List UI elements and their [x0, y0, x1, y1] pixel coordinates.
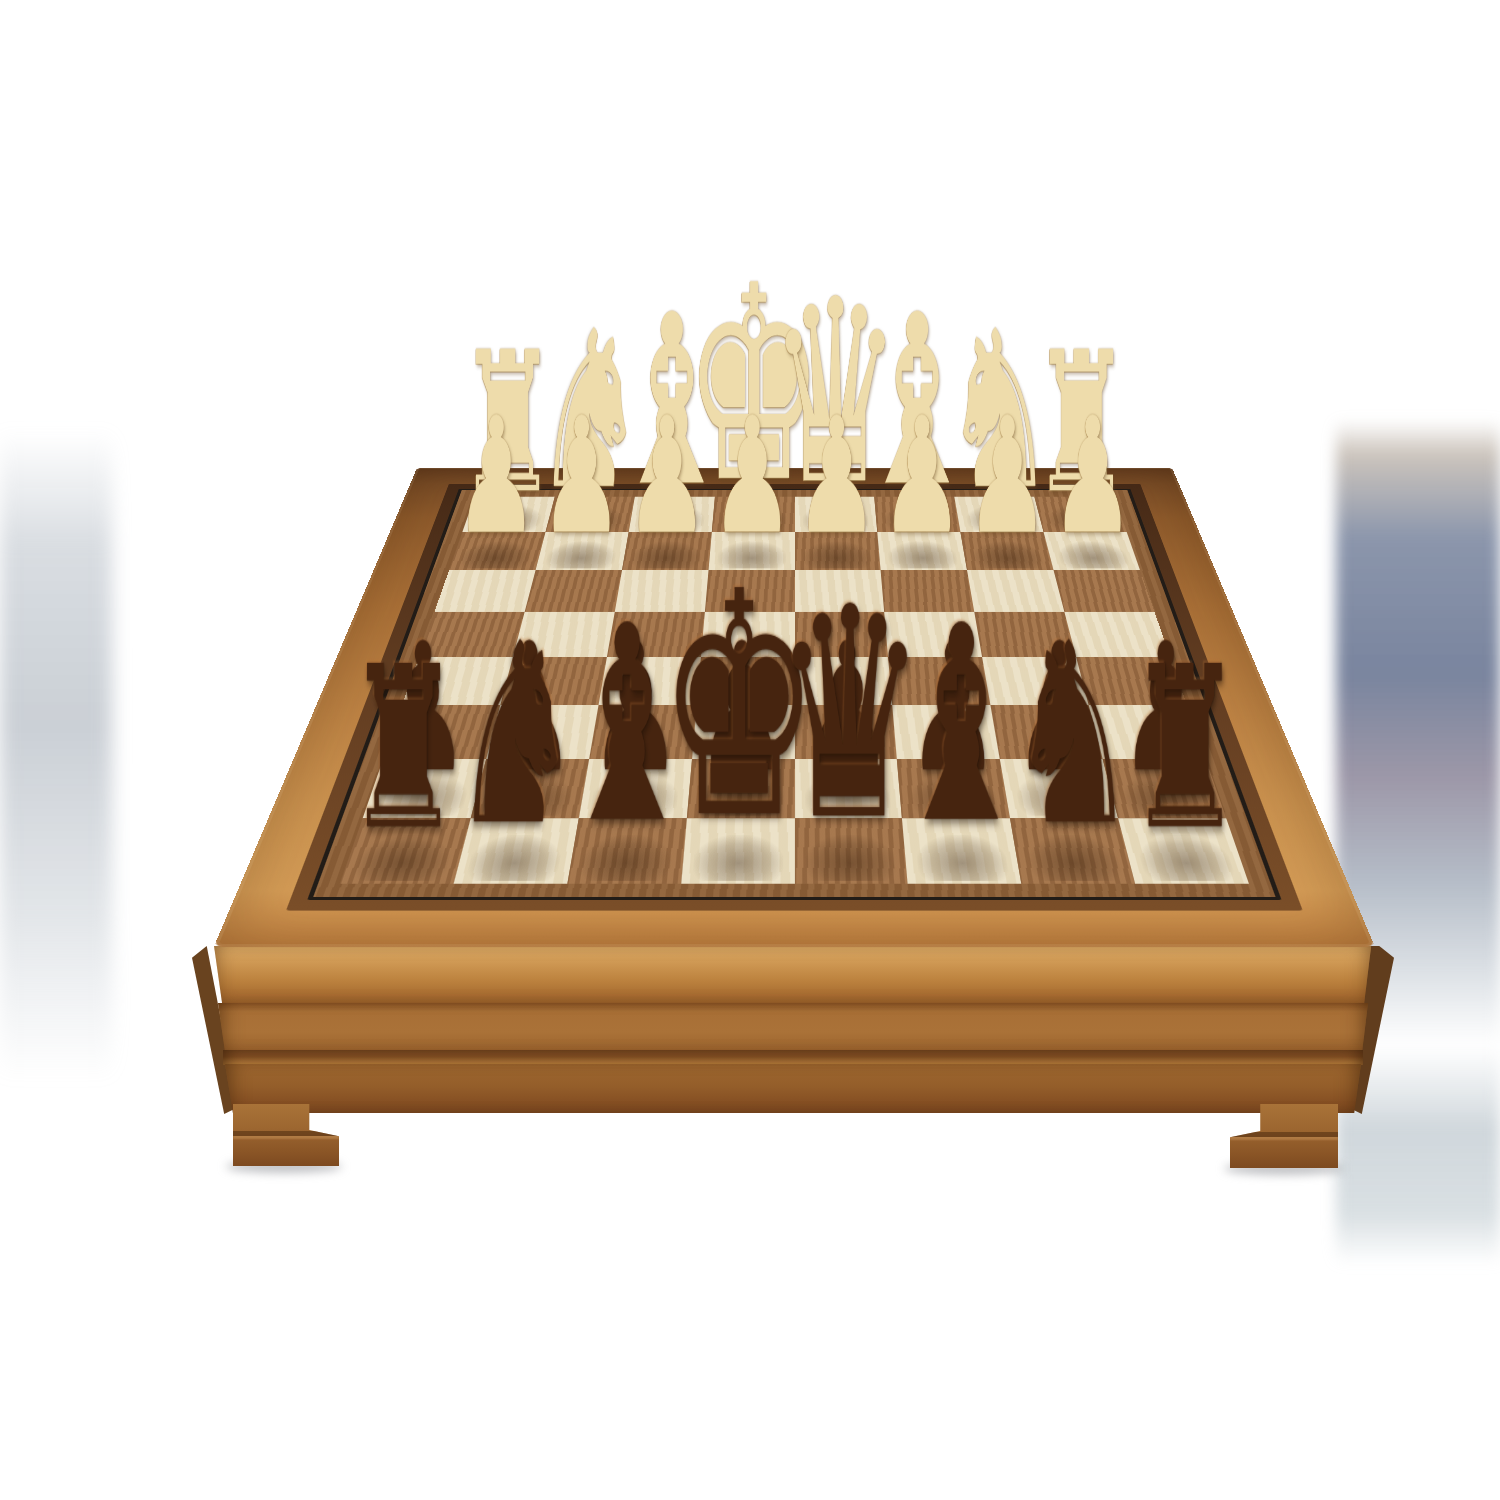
- square-a8: ♜: [1118, 818, 1249, 883]
- board-scene: ♜♞♝♚♛♝♞♜♟♟♟♟♟♟♟♟♟♟♟♟♟♟♟♟♜♞♝♚♛♝♞♜: [0, 0, 1500, 1500]
- white-pawn: ♟: [966, 396, 1049, 557]
- square-g2: ♟: [535, 532, 628, 570]
- white-pawn: ♟: [540, 396, 623, 557]
- board-frame: ♜♞♝♚♛♝♞♜♟♟♟♟♟♟♟♟♟♟♟♟♟♟♟♟♜♞♝♚♛♝♞♜: [214, 468, 1375, 947]
- square-h2: ♟: [449, 532, 545, 570]
- black-rook: ♜: [1127, 638, 1243, 861]
- square-c8: ♝: [902, 818, 1021, 883]
- white-pawn: ♟: [1051, 396, 1134, 557]
- white-pawn: ♟: [881, 396, 964, 557]
- square-a2: ♟: [1044, 532, 1140, 570]
- square-b2: ♟: [961, 532, 1054, 570]
- square-f8: ♝: [567, 818, 686, 883]
- black-rook: ♜: [346, 638, 462, 861]
- chess-set-photo: ♜♞♝♚♛♝♞♜♟♟♟♟♟♟♟♟♟♟♟♟♟♟♟♟♜♞♝♚♛♝♞♜: [0, 0, 1500, 1500]
- black-bishop: ♝: [557, 590, 698, 861]
- black-bishop: ♝: [891, 590, 1032, 861]
- square-h8: ♜: [340, 818, 471, 883]
- white-pawn: ♟: [455, 396, 538, 557]
- chess-board: ♜♞♝♚♛♝♞♜♟♟♟♟♟♟♟♟♟♟♟♟♟♟♟♟♜♞♝♚♛♝♞♜: [340, 497, 1249, 884]
